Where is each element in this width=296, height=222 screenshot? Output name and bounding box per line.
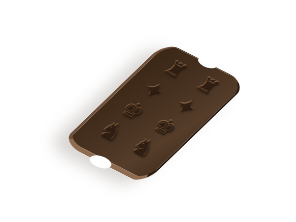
knight-shape-icon: ♞ — [125, 134, 162, 161]
mold-cavity-grid: ♜ ♜ ✦ ✦ ♚ ♚ ♞ ♞ — [85, 52, 234, 166]
product-photo: ♜ ♜ ✦ ✦ ♚ ♚ ♞ ♞ — [0, 0, 296, 222]
rook-shape-icon: ♜ — [190, 75, 223, 99]
rook-shape-icon: ♜ — [158, 58, 191, 82]
silicone-mold-tray: ♜ ♜ ✦ ✦ ♚ ♚ ♞ ♞ — [61, 41, 249, 185]
